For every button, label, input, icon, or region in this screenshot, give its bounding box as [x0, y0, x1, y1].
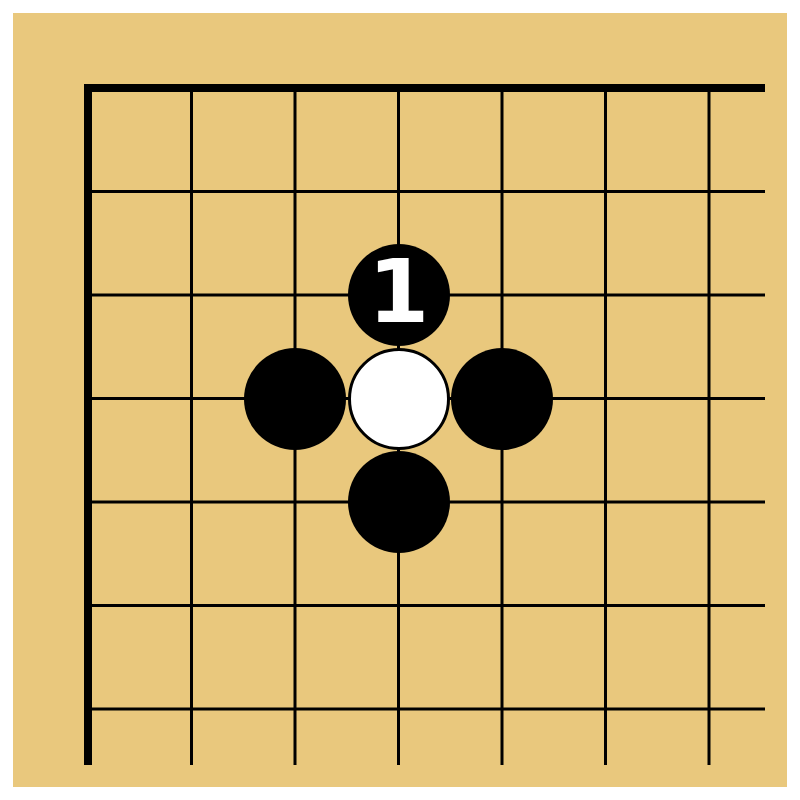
- go-diagram-page: 1: [0, 0, 800, 800]
- intersection-r5-c5[interactable]: [450, 450, 554, 554]
- intersection-r2-c7[interactable]: [657, 140, 761, 244]
- white-stone: [348, 348, 450, 450]
- intersection-r5-c1[interactable]: [36, 450, 140, 554]
- go-board: 1: [13, 13, 787, 787]
- intersection-r6-c2[interactable]: [140, 554, 244, 658]
- black-stone: [244, 348, 346, 450]
- intersection-r4-c4[interactable]: [347, 347, 451, 451]
- intersection-r3-c6[interactable]: [554, 243, 658, 347]
- intersection-r4-c5[interactable]: [450, 347, 554, 451]
- intersection-r6-c1[interactable]: [36, 554, 140, 658]
- intersection-r3-c1[interactable]: [36, 243, 140, 347]
- move-number-label: 1: [368, 248, 429, 336]
- move-1-black-stone: 1: [348, 244, 450, 346]
- intersection-r2-c6[interactable]: [554, 140, 658, 244]
- intersection-r1-c3[interactable]: [243, 36, 347, 140]
- intersection-r3-c7[interactable]: [657, 243, 761, 347]
- intersection-r4-c1[interactable]: [36, 347, 140, 451]
- intersection-r7-c4[interactable]: [347, 657, 451, 761]
- intersection-r2-c1[interactable]: [36, 140, 140, 244]
- intersection-r1-c5[interactable]: [450, 36, 554, 140]
- intersection-r4-c3[interactable]: [243, 347, 347, 451]
- intersection-r3-c5[interactable]: [450, 243, 554, 347]
- intersection-r5-c2[interactable]: [140, 450, 244, 554]
- intersection-r1-c2[interactable]: [140, 36, 244, 140]
- intersection-r6-c5[interactable]: [450, 554, 554, 658]
- intersection-r6-c4[interactable]: [347, 554, 451, 658]
- intersection-r4-c2[interactable]: [140, 347, 244, 451]
- intersection-r1-c7[interactable]: [657, 36, 761, 140]
- intersection-r7-c6[interactable]: [554, 657, 658, 761]
- intersection-r4-c6[interactable]: [554, 347, 658, 451]
- intersection-r7-c3[interactable]: [243, 657, 347, 761]
- intersection-r1-c1[interactable]: [36, 36, 140, 140]
- intersection-r7-c7[interactable]: [657, 657, 761, 761]
- intersection-r5-c3[interactable]: [243, 450, 347, 554]
- black-stone: [451, 348, 553, 450]
- black-stone: [348, 451, 450, 553]
- intersection-r6-c3[interactable]: [243, 554, 347, 658]
- intersection-r2-c3[interactable]: [243, 140, 347, 244]
- intersection-r7-c2[interactable]: [140, 657, 244, 761]
- intersection-r3-c4[interactable]: 1: [347, 243, 451, 347]
- intersection-r6-c7[interactable]: [657, 554, 761, 658]
- intersection-r2-c2[interactable]: [140, 140, 244, 244]
- stone-grid: 1: [36, 36, 761, 761]
- intersection-r3-c3[interactable]: [243, 243, 347, 347]
- intersection-r5-c7[interactable]: [657, 450, 761, 554]
- intersection-r6-c6[interactable]: [554, 554, 658, 658]
- intersection-r3-c2[interactable]: [140, 243, 244, 347]
- intersection-r5-c4[interactable]: [347, 450, 451, 554]
- intersection-r7-c5[interactable]: [450, 657, 554, 761]
- intersection-r4-c7[interactable]: [657, 347, 761, 451]
- intersection-r2-c4[interactable]: [347, 140, 451, 244]
- intersection-r7-c1[interactable]: [36, 657, 140, 761]
- intersection-r5-c6[interactable]: [554, 450, 658, 554]
- intersection-r1-c4[interactable]: [347, 36, 451, 140]
- intersection-r1-c6[interactable]: [554, 36, 658, 140]
- intersection-r2-c5[interactable]: [450, 140, 554, 244]
